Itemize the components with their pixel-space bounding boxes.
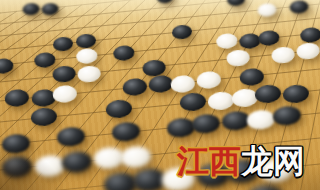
white-stone (196, 71, 222, 90)
white-stone (226, 49, 250, 67)
black-stone (41, 2, 59, 15)
black-stone (52, 65, 76, 83)
black-stone (156, 0, 174, 3)
black-stone (254, 84, 282, 105)
white-stone (207, 91, 235, 112)
black-stone (105, 99, 133, 120)
white-stone (215, 33, 238, 50)
white-stone (169, 74, 195, 93)
white-stone (231, 87, 259, 108)
black-stone (300, 26, 320, 43)
white-stone (76, 48, 99, 65)
watermark-text-red: 江西 (177, 142, 241, 180)
black-stone (191, 113, 221, 135)
black-stone (142, 59, 166, 77)
black-stone (122, 78, 148, 97)
black-stone (4, 88, 30, 107)
black-stone (53, 36, 74, 52)
white-stone (33, 154, 65, 178)
white-stone (77, 65, 101, 83)
white-stone (246, 109, 276, 131)
black-stone (1, 155, 33, 179)
black-stone (257, 30, 280, 47)
black-stone (271, 105, 301, 127)
black-stone (61, 150, 93, 174)
black-stone (34, 51, 57, 68)
black-stone (247, 184, 284, 190)
black-stone (282, 83, 310, 104)
white-stone (52, 85, 78, 104)
black-stone (226, 0, 245, 7)
white-stone (296, 42, 320, 60)
black-stone (30, 106, 58, 127)
black-stone (171, 24, 192, 40)
black-stone (1, 133, 31, 155)
black-stone (111, 121, 141, 143)
black-stone (0, 57, 15, 74)
watermark-text-white: 龙网 (241, 142, 305, 180)
black-stone (239, 67, 265, 86)
go-board-photo: 江西龙网 (0, 0, 320, 190)
black-stone (56, 126, 86, 148)
black-stone (22, 2, 40, 15)
white-stone (257, 2, 277, 17)
black-stone (75, 33, 96, 49)
white-stone (120, 145, 152, 169)
white-stone (271, 46, 295, 64)
watermark: 江西龙网 (177, 143, 305, 179)
black-stone (179, 91, 207, 112)
black-stone (289, 0, 309, 14)
black-stone (113, 45, 136, 62)
